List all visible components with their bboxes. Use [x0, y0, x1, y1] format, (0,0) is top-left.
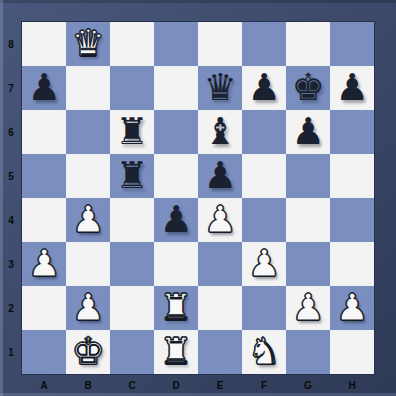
square-b8[interactable]: ♛	[66, 22, 110, 66]
square-h6[interactable]	[330, 110, 374, 154]
piece-black-bishop-e6[interactable]: ♝	[203, 110, 236, 154]
square-h8[interactable]	[330, 22, 374, 66]
square-a2[interactable]	[22, 286, 66, 330]
square-e4[interactable]: ♟	[198, 198, 242, 242]
piece-black-pawn-e5[interactable]: ♟	[203, 154, 236, 198]
square-e1[interactable]	[198, 330, 242, 374]
piece-black-pawn-h7[interactable]: ♟	[335, 66, 368, 110]
square-d2[interactable]: ♜	[154, 286, 198, 330]
square-a5[interactable]	[22, 154, 66, 198]
piece-white-rook-d2[interactable]: ♜	[159, 286, 192, 330]
rank-label-1: 1	[0, 330, 22, 374]
file-label-c: C	[110, 374, 154, 396]
square-f5[interactable]	[242, 154, 286, 198]
piece-black-rook-c5[interactable]: ♜	[115, 154, 148, 198]
square-a4[interactable]	[22, 198, 66, 242]
square-g4[interactable]	[286, 198, 330, 242]
rank-labels: 87654321	[0, 22, 22, 374]
rank-label-3: 3	[0, 242, 22, 286]
piece-black-king-g7[interactable]: ♚	[291, 66, 324, 110]
piece-black-pawn-f7[interactable]: ♟	[247, 66, 280, 110]
rank-label-8: 8	[0, 22, 22, 66]
piece-white-rook-d1[interactable]: ♜	[159, 330, 192, 374]
file-label-h: H	[330, 374, 374, 396]
square-b5[interactable]	[66, 154, 110, 198]
square-e2[interactable]	[198, 286, 242, 330]
square-b1[interactable]: ♚	[66, 330, 110, 374]
square-a3[interactable]: ♟	[22, 242, 66, 286]
square-g8[interactable]	[286, 22, 330, 66]
file-label-f: F	[242, 374, 286, 396]
square-b2[interactable]: ♟	[66, 286, 110, 330]
piece-white-pawn-b2[interactable]: ♟	[71, 286, 104, 330]
rank-label-2: 2	[0, 286, 22, 330]
square-d3[interactable]	[154, 242, 198, 286]
square-d7[interactable]	[154, 66, 198, 110]
square-c1[interactable]	[110, 330, 154, 374]
square-c7[interactable]	[110, 66, 154, 110]
rank-label-5: 5	[0, 154, 22, 198]
square-d6[interactable]	[154, 110, 198, 154]
square-d1[interactable]: ♜	[154, 330, 198, 374]
square-d4[interactable]: ♟	[154, 198, 198, 242]
file-label-b: B	[66, 374, 110, 396]
square-e5[interactable]: ♟	[198, 154, 242, 198]
rank-label-7: 7	[0, 66, 22, 110]
piece-black-rook-c6[interactable]: ♜	[115, 110, 148, 154]
piece-white-king-b1[interactable]: ♚	[71, 330, 104, 374]
square-c3[interactable]	[110, 242, 154, 286]
square-c8[interactable]	[110, 22, 154, 66]
piece-black-pawn-a7[interactable]: ♟	[27, 66, 60, 110]
square-g6[interactable]: ♟	[286, 110, 330, 154]
piece-white-pawn-g2[interactable]: ♟	[291, 286, 324, 330]
square-a6[interactable]	[22, 110, 66, 154]
square-g5[interactable]	[286, 154, 330, 198]
square-f6[interactable]	[242, 110, 286, 154]
square-f3[interactable]: ♟	[242, 242, 286, 286]
square-h5[interactable]	[330, 154, 374, 198]
rank-label-4: 4	[0, 198, 22, 242]
square-a1[interactable]	[22, 330, 66, 374]
square-e6[interactable]: ♝	[198, 110, 242, 154]
square-h4[interactable]	[330, 198, 374, 242]
piece-white-pawn-a3[interactable]: ♟	[27, 242, 60, 286]
square-h3[interactable]	[330, 242, 374, 286]
square-c4[interactable]	[110, 198, 154, 242]
square-b7[interactable]	[66, 66, 110, 110]
square-b4[interactable]: ♟	[66, 198, 110, 242]
square-g2[interactable]: ♟	[286, 286, 330, 330]
square-d5[interactable]	[154, 154, 198, 198]
file-label-d: D	[154, 374, 198, 396]
piece-black-pawn-d4[interactable]: ♟	[159, 198, 192, 242]
piece-white-pawn-h2[interactable]: ♟	[335, 286, 368, 330]
piece-black-pawn-g6[interactable]: ♟	[291, 110, 324, 154]
file-label-a: A	[22, 374, 66, 396]
square-b6[interactable]	[66, 110, 110, 154]
square-g3[interactable]	[286, 242, 330, 286]
piece-black-queen-e7[interactable]: ♛	[203, 66, 236, 110]
square-c6[interactable]: ♜	[110, 110, 154, 154]
chess-board: ♛♟♛♟♚♟♜♝♟♜♟♟♟♟♟♟♟♜♟♟♚♜♞	[22, 22, 374, 374]
square-f4[interactable]	[242, 198, 286, 242]
square-f8[interactable]	[242, 22, 286, 66]
square-c2[interactable]	[110, 286, 154, 330]
piece-white-pawn-f3[interactable]: ♟	[247, 242, 280, 286]
file-label-e: E	[198, 374, 242, 396]
file-label-g: G	[286, 374, 330, 396]
square-f2[interactable]	[242, 286, 286, 330]
square-a7[interactable]: ♟	[22, 66, 66, 110]
square-h7[interactable]: ♟	[330, 66, 374, 110]
rank-label-6: 6	[0, 110, 22, 154]
square-e3[interactable]	[198, 242, 242, 286]
square-e8[interactable]	[198, 22, 242, 66]
square-g7[interactable]: ♚	[286, 66, 330, 110]
piece-white-queen-b8[interactable]: ♛	[71, 22, 104, 66]
square-f7[interactable]: ♟	[242, 66, 286, 110]
square-d8[interactable]	[154, 22, 198, 66]
piece-white-knight-f1[interactable]: ♞	[247, 330, 280, 374]
square-h2[interactable]: ♟	[330, 286, 374, 330]
square-g1[interactable]	[286, 330, 330, 374]
square-f1[interactable]: ♞	[242, 330, 286, 374]
chess-board-frame: 87654321 ♛♟♛♟♚♟♜♝♟♜♟♟♟♟♟♟♟♜♟♟♚♜♞ ABCDEFG…	[0, 0, 396, 396]
square-e7[interactable]: ♛	[198, 66, 242, 110]
square-h1[interactable]	[330, 330, 374, 374]
piece-white-pawn-b4[interactable]: ♟	[71, 198, 104, 242]
square-c5[interactable]: ♜	[110, 154, 154, 198]
file-labels: ABCDEFGH	[22, 374, 374, 396]
square-a8[interactable]	[22, 22, 66, 66]
square-b3[interactable]	[66, 242, 110, 286]
piece-white-pawn-e4[interactable]: ♟	[203, 198, 236, 242]
